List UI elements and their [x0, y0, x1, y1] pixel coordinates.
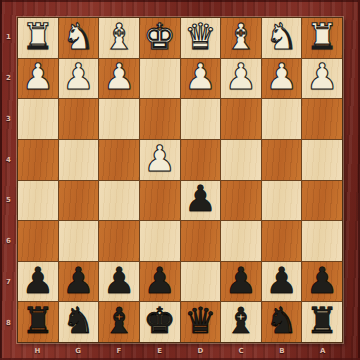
piece-wQ[interactable]: ♛: [184, 19, 216, 55]
square-d5[interactable]: ♟: [181, 181, 221, 221]
rank-label-8: 8: [0, 302, 17, 343]
square-d6[interactable]: [181, 221, 221, 261]
rank-label-1: 1: [0, 17, 17, 58]
square-c6[interactable]: [221, 221, 261, 261]
square-e3[interactable]: [140, 99, 180, 139]
square-h4[interactable]: [18, 140, 58, 180]
square-a4[interactable]: [302, 140, 342, 180]
square-h8[interactable]: ♜: [18, 302, 58, 342]
square-g3[interactable]: [59, 99, 99, 139]
file-labels: HGFEDCBA: [17, 342, 343, 360]
square-b1[interactable]: ♞: [262, 18, 302, 58]
piece-bR[interactable]: ♜: [22, 303, 54, 339]
square-c2[interactable]: ♟: [221, 59, 261, 99]
rank-label-3: 3: [0, 99, 17, 140]
square-c4[interactable]: [221, 140, 261, 180]
rank-label-6: 6: [0, 221, 17, 262]
piece-wR[interactable]: ♜: [306, 19, 338, 55]
piece-wK[interactable]: ♚: [144, 19, 176, 55]
square-g2[interactable]: ♟: [59, 59, 99, 99]
square-b7[interactable]: ♟: [262, 262, 302, 302]
square-g7[interactable]: ♟: [59, 262, 99, 302]
piece-bB[interactable]: ♝: [225, 303, 257, 339]
square-e7[interactable]: ♟: [140, 262, 180, 302]
square-c8[interactable]: ♝: [221, 302, 261, 342]
chess-board-frame: 12345678 HGFEDCBA ♜♞♝♚♛♝♞♜♟♟♟♟♟♟♟♟♟♟♟♟♟♟…: [0, 0, 360, 360]
piece-bP[interactable]: ♟: [184, 181, 216, 217]
square-g4[interactable]: [59, 140, 99, 180]
square-b8[interactable]: ♞: [262, 302, 302, 342]
square-b5[interactable]: [262, 181, 302, 221]
square-e4[interactable]: ♟: [140, 140, 180, 180]
square-f4[interactable]: [99, 140, 139, 180]
piece-bP[interactable]: ♟: [306, 263, 338, 299]
square-h1[interactable]: ♜: [18, 18, 58, 58]
piece-wB[interactable]: ♝: [225, 19, 257, 55]
square-b6[interactable]: [262, 221, 302, 261]
square-d1[interactable]: ♛: [181, 18, 221, 58]
file-label-b: B: [262, 342, 303, 360]
square-b2[interactable]: ♟: [262, 59, 302, 99]
square-e5[interactable]: [140, 181, 180, 221]
piece-wR[interactable]: ♜: [22, 19, 54, 55]
square-e2[interactable]: [140, 59, 180, 99]
square-e8[interactable]: ♚: [140, 302, 180, 342]
piece-wB[interactable]: ♝: [103, 19, 135, 55]
piece-wP[interactable]: ♟: [184, 59, 216, 95]
square-f2[interactable]: ♟: [99, 59, 139, 99]
square-h7[interactable]: ♟: [18, 262, 58, 302]
piece-bP[interactable]: ♟: [62, 263, 94, 299]
rank-label-2: 2: [0, 58, 17, 99]
file-label-f: F: [99, 342, 140, 360]
square-a5[interactable]: [302, 181, 342, 221]
piece-wP[interactable]: ♟: [144, 141, 176, 177]
square-c1[interactable]: ♝: [221, 18, 261, 58]
square-h5[interactable]: [18, 181, 58, 221]
file-label-h: H: [17, 342, 58, 360]
piece-bK[interactable]: ♚: [144, 303, 176, 339]
square-a6[interactable]: [302, 221, 342, 261]
square-c3[interactable]: [221, 99, 261, 139]
square-f6[interactable]: [99, 221, 139, 261]
square-h3[interactable]: [18, 99, 58, 139]
piece-bB[interactable]: ♝: [103, 303, 135, 339]
square-a8[interactable]: ♜: [302, 302, 342, 342]
square-a1[interactable]: ♜: [302, 18, 342, 58]
square-f7[interactable]: ♟: [99, 262, 139, 302]
rank-label-7: 7: [0, 262, 17, 303]
square-g8[interactable]: ♞: [59, 302, 99, 342]
piece-wP[interactable]: ♟: [265, 59, 297, 95]
square-b4[interactable]: [262, 140, 302, 180]
file-label-e: E: [139, 342, 180, 360]
piece-bP[interactable]: ♟: [265, 263, 297, 299]
square-e1[interactable]: ♚: [140, 18, 180, 58]
piece-bP[interactable]: ♟: [225, 263, 257, 299]
square-d7[interactable]: [181, 262, 221, 302]
piece-wP[interactable]: ♟: [306, 59, 338, 95]
piece-wP[interactable]: ♟: [225, 59, 257, 95]
square-d8[interactable]: ♛: [181, 302, 221, 342]
square-a7[interactable]: ♟: [302, 262, 342, 302]
piece-wN[interactable]: ♞: [265, 19, 297, 55]
piece-bR[interactable]: ♜: [306, 303, 338, 339]
square-c7[interactable]: ♟: [221, 262, 261, 302]
square-f1[interactable]: ♝: [99, 18, 139, 58]
square-b3[interactable]: [262, 99, 302, 139]
piece-wP[interactable]: ♟: [22, 59, 54, 95]
square-d4[interactable]: [181, 140, 221, 180]
square-a3[interactable]: [302, 99, 342, 139]
square-g6[interactable]: [59, 221, 99, 261]
file-label-g: G: [58, 342, 99, 360]
piece-bP[interactable]: ♟: [22, 263, 54, 299]
piece-wP[interactable]: ♟: [62, 59, 94, 95]
file-label-d: D: [180, 342, 221, 360]
square-f3[interactable]: [99, 99, 139, 139]
square-g1[interactable]: ♞: [59, 18, 99, 58]
piece-bP[interactable]: ♟: [144, 263, 176, 299]
square-a2[interactable]: ♟: [302, 59, 342, 99]
rank-label-4: 4: [0, 139, 17, 180]
piece-bN[interactable]: ♞: [265, 303, 297, 339]
board: ♜♞♝♚♛♝♞♜♟♟♟♟♟♟♟♟♟♟♟♟♟♟♟♟♜♞♝♚♛♝♞♜: [17, 17, 343, 343]
rank-label-5: 5: [0, 180, 17, 221]
piece-bQ[interactable]: ♛: [184, 303, 216, 339]
square-d3[interactable]: [181, 99, 221, 139]
square-c5[interactable]: [221, 181, 261, 221]
square-h2[interactable]: ♟: [18, 59, 58, 99]
piece-bP[interactable]: ♟: [103, 263, 135, 299]
piece-wP[interactable]: ♟: [103, 59, 135, 95]
file-label-a: A: [302, 342, 343, 360]
piece-bN[interactable]: ♞: [62, 303, 94, 339]
square-f8[interactable]: ♝: [99, 302, 139, 342]
rank-labels: 12345678: [0, 17, 17, 343]
square-d2[interactable]: ♟: [181, 59, 221, 99]
square-g5[interactable]: [59, 181, 99, 221]
square-e6[interactable]: [140, 221, 180, 261]
piece-wN[interactable]: ♞: [62, 19, 94, 55]
square-f5[interactable]: [99, 181, 139, 221]
file-label-c: C: [221, 342, 262, 360]
square-h6[interactable]: [18, 221, 58, 261]
